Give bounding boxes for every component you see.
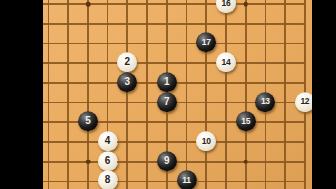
board-intersection[interactable] <box>275 53 295 73</box>
board-intersection[interactable] <box>275 132 295 152</box>
board-intersection[interactable] <box>196 93 216 113</box>
go-board: 1617214317131251541069811 <box>43 0 312 189</box>
board-intersection[interactable] <box>117 14 137 34</box>
stone-move-number: 3 <box>125 77 131 87</box>
board-intersection[interactable] <box>117 172 137 189</box>
stone-move-number: 11 <box>182 176 190 185</box>
board-intersection[interactable] <box>43 0 58 14</box>
board-intersection[interactable] <box>137 0 157 14</box>
stone-move-number: 9 <box>164 156 170 166</box>
board-intersection[interactable] <box>117 0 137 14</box>
board-intersection[interactable] <box>256 14 276 34</box>
board-intersection[interactable] <box>58 14 78 34</box>
board-intersection[interactable] <box>137 132 157 152</box>
board-intersection[interactable] <box>236 93 256 113</box>
board-intersection[interactable] <box>157 34 177 54</box>
board-intersection[interactable] <box>275 112 295 132</box>
board-intersection[interactable] <box>177 73 197 93</box>
board-intersection[interactable] <box>275 152 295 172</box>
board-intersection[interactable] <box>137 14 157 34</box>
board-intersection[interactable]: 2 <box>117 53 137 73</box>
video-frame: 1617214317131251541069811 <box>0 0 336 189</box>
board-intersection[interactable] <box>196 112 216 132</box>
star-point <box>243 159 248 164</box>
board-intersection[interactable] <box>78 93 98 113</box>
white-stone-move-12: 12 <box>295 92 312 112</box>
star-point <box>243 2 248 7</box>
board-intersection[interactable] <box>137 53 157 73</box>
board-intersection[interactable] <box>98 112 118 132</box>
white-stone-move-10: 10 <box>196 131 216 151</box>
board-intersection[interactable] <box>43 53 58 73</box>
board-intersection[interactable] <box>295 34 312 54</box>
board-intersection[interactable] <box>58 73 78 93</box>
board-intersection[interactable]: 8 <box>98 172 118 189</box>
board-intersection[interactable] <box>43 112 58 132</box>
board-intersection[interactable] <box>216 172 236 189</box>
board-intersection[interactable]: 6 <box>98 152 118 172</box>
board-intersection[interactable]: 12 <box>295 93 312 113</box>
board-intersection[interactable] <box>295 0 312 14</box>
board-intersection[interactable] <box>295 112 312 132</box>
board-intersection[interactable]: 9 <box>157 152 177 172</box>
board-intersection[interactable] <box>295 132 312 152</box>
board-intersection[interactable] <box>98 93 118 113</box>
board-intersection[interactable]: 17 <box>196 34 216 54</box>
board-intersection[interactable] <box>256 73 276 93</box>
board-intersection[interactable] <box>58 112 78 132</box>
board-intersection[interactable] <box>117 112 137 132</box>
stone-move-number: 8 <box>105 176 111 186</box>
board-intersection[interactable] <box>157 0 177 14</box>
board-intersection[interactable] <box>177 34 197 54</box>
stone-move-number: 4 <box>105 136 111 146</box>
black-stone-move-13: 13 <box>255 92 275 112</box>
board-intersection[interactable] <box>177 0 197 14</box>
star-point <box>86 159 91 164</box>
stone-move-number: 10 <box>202 137 211 146</box>
board-intersection[interactable] <box>236 152 256 172</box>
board-intersection[interactable] <box>275 172 295 189</box>
board-intersection[interactable] <box>295 53 312 73</box>
board-intersection[interactable] <box>78 132 98 152</box>
board-intersection[interactable] <box>78 73 98 93</box>
board-intersection[interactable] <box>216 14 236 34</box>
board-intersection[interactable] <box>58 0 78 14</box>
board-intersection[interactable] <box>98 0 118 14</box>
board-intersection[interactable]: 4 <box>98 132 118 152</box>
black-stone-move-17: 17 <box>196 33 216 53</box>
board-intersection[interactable] <box>295 73 312 93</box>
board-intersection[interactable] <box>157 132 177 152</box>
board-intersection[interactable] <box>295 14 312 34</box>
board-intersection[interactable] <box>236 53 256 73</box>
board-intersection[interactable] <box>196 152 216 172</box>
black-stone-move-9: 9 <box>157 151 177 171</box>
board-intersection[interactable] <box>236 73 256 93</box>
board-intersection[interactable]: 16 <box>216 0 236 14</box>
board-intersection[interactable] <box>137 112 157 132</box>
board-intersection[interactable] <box>236 172 256 189</box>
board-intersection[interactable] <box>216 73 236 93</box>
board-intersection[interactable] <box>236 0 256 14</box>
board-intersection[interactable] <box>78 172 98 189</box>
board-intersection[interactable] <box>177 53 197 73</box>
board-intersection[interactable] <box>177 132 197 152</box>
board-intersection[interactable] <box>98 73 118 93</box>
board-intersection[interactable] <box>43 132 58 152</box>
board-intersection[interactable] <box>117 34 137 54</box>
board-intersection[interactable] <box>58 34 78 54</box>
board-intersection[interactable] <box>43 14 58 34</box>
board-intersection[interactable] <box>137 152 157 172</box>
board-intersection[interactable] <box>117 132 137 152</box>
board-intersection[interactable] <box>216 132 236 152</box>
star-point <box>86 2 91 7</box>
board-intersection[interactable]: 3 <box>117 73 137 93</box>
board-intersection[interactable] <box>256 112 276 132</box>
stone-move-number: 16 <box>222 0 231 7</box>
board-intersection[interactable] <box>275 34 295 54</box>
board-intersection[interactable] <box>78 152 98 172</box>
board-intersection[interactable] <box>78 34 98 54</box>
black-stone-move-3: 3 <box>117 72 137 92</box>
stone-move-number: 13 <box>261 98 270 107</box>
board-intersection[interactable] <box>98 14 118 34</box>
board-intersection[interactable] <box>177 112 197 132</box>
stone-move-number: 14 <box>222 58 231 66</box>
black-stone-move-5: 5 <box>78 111 98 131</box>
board-intersection[interactable] <box>137 73 157 93</box>
board-intersection[interactable] <box>216 34 236 54</box>
board-intersection[interactable] <box>58 53 78 73</box>
board-intersection[interactable] <box>196 73 216 93</box>
board-intersection[interactable]: 15 <box>236 112 256 132</box>
board-intersection[interactable] <box>98 53 118 73</box>
board-intersection[interactable] <box>43 172 58 189</box>
board-intersection[interactable] <box>236 34 256 54</box>
board-intersection[interactable] <box>256 34 276 54</box>
board-intersection[interactable] <box>216 112 236 132</box>
board-intersection[interactable] <box>98 34 118 54</box>
board-intersection[interactable] <box>275 0 295 14</box>
stone-move-number: 7 <box>164 97 170 107</box>
board-intersection[interactable] <box>157 112 177 132</box>
board-intersection[interactable]: 1 <box>157 73 177 93</box>
board-intersection[interactable] <box>117 93 137 113</box>
stone-move-number: 2 <box>125 57 131 67</box>
black-stone-move-11: 11 <box>177 171 197 189</box>
board-intersection[interactable] <box>196 0 216 14</box>
board-intersection[interactable] <box>236 132 256 152</box>
board-intersection[interactable] <box>256 172 276 189</box>
stone-move-number: 15 <box>241 117 250 126</box>
board-intersection[interactable]: 13 <box>256 93 276 113</box>
white-stone-move-6: 6 <box>98 151 118 171</box>
board-intersection[interactable] <box>58 93 78 113</box>
stone-move-number: 5 <box>85 116 91 126</box>
board-intersection[interactable] <box>256 152 276 172</box>
board-intersection[interactable] <box>137 93 157 113</box>
board-intersection[interactable] <box>196 53 216 73</box>
board-intersection[interactable]: 7 <box>157 93 177 113</box>
board-intersection[interactable] <box>58 152 78 172</box>
stone-move-number: 17 <box>202 38 211 47</box>
board-intersection[interactable] <box>43 93 58 113</box>
board-intersection[interactable]: 11 <box>177 172 197 189</box>
letterbox-left-bar <box>0 0 43 189</box>
board-grid: 1617214317131251541069811 <box>43 0 312 189</box>
board-intersection[interactable] <box>196 172 216 189</box>
white-stone-move-4: 4 <box>98 131 118 151</box>
board-intersection[interactable] <box>58 132 78 152</box>
board-intersection[interactable] <box>256 0 276 14</box>
black-stone-move-7: 7 <box>157 92 177 112</box>
stone-move-number: 6 <box>105 156 111 166</box>
black-stone-move-15: 15 <box>236 111 256 131</box>
board-intersection[interactable] <box>295 172 312 189</box>
board-intersection[interactable] <box>43 73 58 93</box>
board-intersection[interactable] <box>177 152 197 172</box>
board-intersection[interactable] <box>43 34 58 54</box>
board-intersection[interactable] <box>275 93 295 113</box>
board-intersection[interactable] <box>43 152 58 172</box>
board-intersection[interactable] <box>256 53 276 73</box>
board-intersection[interactable] <box>157 172 177 189</box>
white-stone-move-8: 8 <box>98 171 118 189</box>
stone-move-number: 12 <box>300 98 309 107</box>
board-intersection[interactable] <box>157 53 177 73</box>
board-intersection[interactable] <box>196 14 216 34</box>
board-intersection[interactable]: 10 <box>196 132 216 152</box>
black-stone-move-1: 1 <box>157 72 177 92</box>
white-stone-move-14: 14 <box>216 52 236 72</box>
board-intersection[interactable] <box>295 152 312 172</box>
white-stone-move-2: 2 <box>117 52 137 72</box>
board-intersection[interactable] <box>256 132 276 152</box>
board-intersection[interactable] <box>78 14 98 34</box>
board-intersection[interactable] <box>275 14 295 34</box>
board-intersection[interactable] <box>137 34 157 54</box>
board-intersection[interactable] <box>177 93 197 113</box>
board-intersection[interactable] <box>236 14 256 34</box>
letterbox-right-bar <box>312 0 336 189</box>
board-intersection[interactable] <box>137 172 157 189</box>
board-intersection[interactable] <box>78 53 98 73</box>
board-intersection[interactable]: 14 <box>216 53 236 73</box>
board-intersection[interactable] <box>216 152 236 172</box>
board-intersection[interactable] <box>78 0 98 14</box>
stone-move-number: 1 <box>164 77 170 87</box>
board-intersection[interactable] <box>275 73 295 93</box>
white-stone-move-16: 16 <box>216 0 236 13</box>
board-intersection[interactable] <box>58 172 78 189</box>
board-intersection[interactable] <box>177 14 197 34</box>
board-intersection[interactable] <box>216 93 236 113</box>
board-intersection[interactable]: 5 <box>78 112 98 132</box>
board-intersection[interactable] <box>157 14 177 34</box>
board-intersection[interactable] <box>117 152 137 172</box>
